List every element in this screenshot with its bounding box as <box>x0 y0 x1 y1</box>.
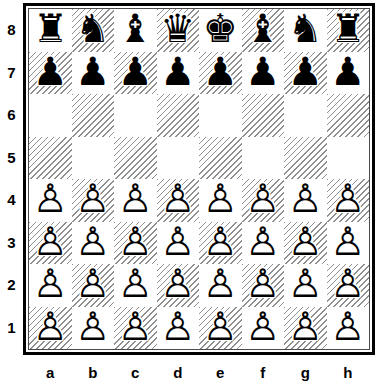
black-rook[interactable]: ♜ <box>29 9 72 50</box>
rank-label-4: 4 <box>0 179 23 222</box>
square-b1[interactable]: ♟♙♙ <box>72 307 115 350</box>
white-pawn[interactable]: ♟♙♙ <box>199 222 242 263</box>
white-pawn-outline: ♙ <box>242 179 285 220</box>
square-f2[interactable]: ♟♙♙ <box>242 264 285 307</box>
square-h3[interactable]: ♟♙♙ <box>327 222 370 265</box>
white-pawn[interactable]: ♟♙♙ <box>242 264 285 305</box>
white-pawn[interactable]: ♟♙♙ <box>157 222 200 263</box>
chess-diagram: 87654321 ♜♞♝♛♚♝♞♜♟♟♟♟♟♟♟♟♟♙♙♟♙♙♟♙♙♟♙♙♟♙♙… <box>0 0 384 388</box>
white-pawn-outline: ♙ <box>29 222 72 263</box>
square-a5[interactable] <box>29 137 72 180</box>
white-pawn[interactable]: ♟♙♙ <box>157 179 200 220</box>
square-e1[interactable]: ♟♙♙ <box>199 307 242 350</box>
black-pawn[interactable]: ♟ <box>29 52 72 93</box>
white-pawn[interactable]: ♟♙♙ <box>72 264 115 305</box>
square-a8[interactable]: ♜ <box>29 9 72 52</box>
square-a6[interactable] <box>29 94 72 137</box>
square-c7[interactable]: ♟ <box>114 52 157 95</box>
square-f7[interactable]: ♟ <box>242 52 285 95</box>
white-pawn-outline: ♙ <box>199 222 242 263</box>
white-pawn-outline: ♙ <box>29 264 72 305</box>
white-pawn-outline: ♙ <box>242 222 285 263</box>
square-e6[interactable] <box>199 94 242 137</box>
square-c5[interactable] <box>114 137 157 180</box>
square-g4[interactable]: ♟♙♙ <box>284 179 327 222</box>
white-pawn-outline: ♙ <box>242 307 285 348</box>
file-label-a: a <box>29 360 72 386</box>
file-label-h: h <box>327 360 370 386</box>
square-b2[interactable]: ♟♙♙ <box>72 264 115 307</box>
rank-labels: 87654321 <box>0 9 23 349</box>
square-b7[interactable]: ♟ <box>72 52 115 95</box>
rank-label-5: 5 <box>0 137 23 180</box>
file-label-c: c <box>114 360 157 386</box>
white-pawn-outline: ♙ <box>327 307 370 348</box>
square-h4[interactable]: ♟♙♙ <box>327 179 370 222</box>
white-pawn-outline: ♙ <box>157 222 200 263</box>
square-e3[interactable]: ♟♙♙ <box>199 222 242 265</box>
white-pawn-outline: ♙ <box>327 222 370 263</box>
black-king[interactable]: ♚ <box>199 9 242 50</box>
white-pawn-outline: ♙ <box>72 307 115 348</box>
square-h2[interactable]: ♟♙♙ <box>327 264 370 307</box>
square-f4[interactable]: ♟♙♙ <box>242 179 285 222</box>
white-pawn[interactable]: ♟♙♙ <box>114 179 157 220</box>
board-frame: ♜♞♝♛♚♝♞♜♟♟♟♟♟♟♟♟♟♙♙♟♙♙♟♙♙♟♙♙♟♙♙♟♙♙♟♙♙♟♙♙… <box>23 3 375 355</box>
square-d3[interactable]: ♟♙♙ <box>157 222 200 265</box>
square-b4[interactable]: ♟♙♙ <box>72 179 115 222</box>
square-b8[interactable]: ♞ <box>72 9 115 52</box>
black-knight[interactable]: ♞ <box>72 9 115 50</box>
black-pawn[interactable]: ♟ <box>242 52 285 93</box>
white-pawn[interactable]: ♟♙♙ <box>327 179 370 220</box>
black-knight[interactable]: ♞ <box>284 9 327 50</box>
square-e2[interactable]: ♟♙♙ <box>199 264 242 307</box>
rank-label-3: 3 <box>0 222 23 265</box>
white-pawn-outline: ♙ <box>157 179 200 220</box>
white-pawn[interactable]: ♟♙♙ <box>327 264 370 305</box>
square-e4[interactable]: ♟♙♙ <box>199 179 242 222</box>
white-pawn[interactable]: ♟♙♙ <box>72 222 115 263</box>
square-d7[interactable]: ♟ <box>157 52 200 95</box>
white-pawn-outline: ♙ <box>157 264 200 305</box>
white-pawn-outline: ♙ <box>29 307 72 348</box>
square-g8[interactable]: ♞ <box>284 9 327 52</box>
white-pawn-outline: ♙ <box>199 264 242 305</box>
white-pawn-outline: ♙ <box>114 179 157 220</box>
square-c3[interactable]: ♟♙♙ <box>114 222 157 265</box>
white-pawn[interactable]: ♟♙♙ <box>29 179 72 220</box>
white-pawn[interactable]: ♟♙♙ <box>242 179 285 220</box>
white-pawn-outline: ♙ <box>284 222 327 263</box>
white-pawn[interactable]: ♟♙♙ <box>327 222 370 263</box>
square-a2[interactable]: ♟♙♙ <box>29 264 72 307</box>
white-pawn[interactable]: ♟♙♙ <box>242 307 285 348</box>
white-pawn-outline: ♙ <box>72 222 115 263</box>
file-label-f: f <box>242 360 285 386</box>
square-h6[interactable] <box>327 94 370 137</box>
white-pawn[interactable]: ♟♙♙ <box>199 264 242 305</box>
square-a3[interactable]: ♟♙♙ <box>29 222 72 265</box>
white-pawn[interactable]: ♟♙♙ <box>29 222 72 263</box>
square-f3[interactable]: ♟♙♙ <box>242 222 285 265</box>
white-pawn[interactable]: ♟♙♙ <box>199 307 242 348</box>
file-label-b: b <box>72 360 115 386</box>
square-a7[interactable]: ♟ <box>29 52 72 95</box>
white-pawn-outline: ♙ <box>157 307 200 348</box>
white-pawn[interactable]: ♟♙♙ <box>242 222 285 263</box>
white-pawn[interactable]: ♟♙♙ <box>114 264 157 305</box>
square-h5[interactable] <box>327 137 370 180</box>
black-bishop[interactable]: ♝ <box>242 9 285 50</box>
square-d6[interactable] <box>157 94 200 137</box>
white-pawn[interactable]: ♟♙♙ <box>284 179 327 220</box>
square-h8[interactable]: ♜ <box>327 9 370 52</box>
square-h1[interactable]: ♟♙♙ <box>327 307 370 350</box>
white-pawn[interactable]: ♟♙♙ <box>157 307 200 348</box>
black-queen[interactable]: ♛ <box>157 9 200 50</box>
square-f8[interactable]: ♝ <box>242 9 285 52</box>
white-pawn[interactable]: ♟♙♙ <box>114 222 157 263</box>
white-pawn[interactable]: ♟♙♙ <box>284 222 327 263</box>
rank-label-6: 6 <box>0 94 23 137</box>
square-c6[interactable] <box>114 94 157 137</box>
white-pawn-outline: ♙ <box>284 307 327 348</box>
square-b6[interactable] <box>72 94 115 137</box>
board-grid: ♜♞♝♛♚♝♞♜♟♟♟♟♟♟♟♟♟♙♙♟♙♙♟♙♙♟♙♙♟♙♙♟♙♙♟♙♙♟♙♙… <box>29 9 369 349</box>
black-pawn[interactable]: ♟ <box>284 52 327 93</box>
white-pawn[interactable]: ♟♙♙ <box>199 179 242 220</box>
board-inner-border: ♜♞♝♛♚♝♞♜♟♟♟♟♟♟♟♟♟♙♙♟♙♙♟♙♙♟♙♙♟♙♙♟♙♙♟♙♙♟♙♙… <box>28 8 370 350</box>
white-pawn-outline: ♙ <box>114 264 157 305</box>
black-pawn[interactable]: ♟ <box>157 52 200 93</box>
white-pawn-outline: ♙ <box>284 179 327 220</box>
black-pawn[interactable]: ♟ <box>199 52 242 93</box>
white-pawn-outline: ♙ <box>284 264 327 305</box>
white-pawn-outline: ♙ <box>199 179 242 220</box>
square-h7[interactable]: ♟ <box>327 52 370 95</box>
square-g1[interactable]: ♟♙♙ <box>284 307 327 350</box>
square-g2[interactable]: ♟♙♙ <box>284 264 327 307</box>
white-pawn-outline: ♙ <box>29 179 72 220</box>
white-pawn[interactable]: ♟♙♙ <box>29 264 72 305</box>
square-f5[interactable] <box>242 137 285 180</box>
black-pawn[interactable]: ♟ <box>327 52 370 93</box>
white-pawn-outline: ♙ <box>327 264 370 305</box>
square-c2[interactable]: ♟♙♙ <box>114 264 157 307</box>
white-pawn-outline: ♙ <box>327 179 370 220</box>
square-d5[interactable] <box>157 137 200 180</box>
square-f1[interactable]: ♟♙♙ <box>242 307 285 350</box>
white-pawn-outline: ♙ <box>114 222 157 263</box>
black-pawn[interactable]: ♟ <box>72 52 115 93</box>
square-c1[interactable]: ♟♙♙ <box>114 307 157 350</box>
square-d2[interactable]: ♟♙♙ <box>157 264 200 307</box>
square-e8[interactable]: ♚ <box>199 9 242 52</box>
black-bishop[interactable]: ♝ <box>114 9 157 50</box>
square-g6[interactable] <box>284 94 327 137</box>
square-f6[interactable] <box>242 94 285 137</box>
square-b5[interactable] <box>72 137 115 180</box>
rank-label-1: 1 <box>0 307 23 350</box>
white-pawn[interactable]: ♟♙♙ <box>72 179 115 220</box>
square-a1[interactable]: ♟♙♙ <box>29 307 72 350</box>
file-labels: abcdefgh <box>29 360 369 386</box>
square-a4[interactable]: ♟♙♙ <box>29 179 72 222</box>
white-pawn-outline: ♙ <box>72 264 115 305</box>
square-d1[interactable]: ♟♙♙ <box>157 307 200 350</box>
white-pawn[interactable]: ♟♙♙ <box>284 307 327 348</box>
square-g5[interactable] <box>284 137 327 180</box>
white-pawn[interactable]: ♟♙♙ <box>114 307 157 348</box>
square-e5[interactable] <box>199 137 242 180</box>
square-d8[interactable]: ♛ <box>157 9 200 52</box>
square-g3[interactable]: ♟♙♙ <box>284 222 327 265</box>
white-pawn[interactable]: ♟♙♙ <box>284 264 327 305</box>
white-pawn[interactable]: ♟♙♙ <box>157 264 200 305</box>
file-label-e: e <box>199 360 242 386</box>
square-g7[interactable]: ♟ <box>284 52 327 95</box>
square-c8[interactable]: ♝ <box>114 9 157 52</box>
rank-label-7: 7 <box>0 52 23 95</box>
white-pawn[interactable]: ♟♙♙ <box>29 307 72 348</box>
white-pawn[interactable]: ♟♙♙ <box>327 307 370 348</box>
square-c4[interactable]: ♟♙♙ <box>114 179 157 222</box>
square-d4[interactable]: ♟♙♙ <box>157 179 200 222</box>
white-pawn-outline: ♙ <box>114 307 157 348</box>
white-pawn[interactable]: ♟♙♙ <box>72 307 115 348</box>
file-label-d: d <box>157 360 200 386</box>
black-rook[interactable]: ♜ <box>327 9 370 50</box>
white-pawn-outline: ♙ <box>72 179 115 220</box>
black-pawn[interactable]: ♟ <box>114 52 157 93</box>
rank-label-8: 8 <box>0 9 23 52</box>
white-pawn-outline: ♙ <box>199 307 242 348</box>
square-e7[interactable]: ♟ <box>199 52 242 95</box>
rank-label-2: 2 <box>0 264 23 307</box>
square-b3[interactable]: ♟♙♙ <box>72 222 115 265</box>
file-label-g: g <box>284 360 327 386</box>
white-pawn-outline: ♙ <box>242 264 285 305</box>
